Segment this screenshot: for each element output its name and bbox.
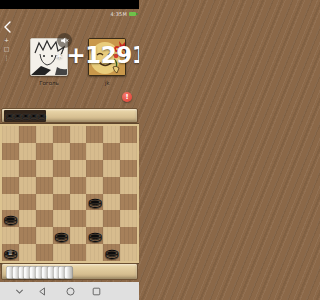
square-g4[interactable] — [103, 194, 120, 211]
battery-icon — [129, 12, 136, 16]
captured-black-piece: ⛂ — [5, 111, 13, 122]
black-man-d2[interactable]: ⛂ — [53, 227, 70, 244]
square-b4[interactable] — [19, 194, 36, 211]
square-d8[interactable] — [53, 126, 70, 143]
square-h2[interactable] — [120, 227, 137, 244]
square-g1[interactable]: ⛂ — [103, 244, 120, 261]
square-b2[interactable] — [19, 227, 36, 244]
black-man-f2[interactable]: ⛂ — [86, 227, 103, 244]
captured-white-piece — [64, 266, 73, 279]
square-c1[interactable] — [36, 244, 53, 261]
rating-change-overlay: * +129 1 — [56, 42, 139, 68]
side-tool-icons[interactable]: + □ ⋮ — [2, 36, 11, 61]
square-d7[interactable] — [53, 143, 70, 160]
checkers-app-screen: { "game": "checkers (russian draughts / … — [0, 0, 139, 300]
player-name-right: jk — [88, 80, 126, 86]
square-a7[interactable] — [2, 143, 19, 160]
square-f4[interactable]: ⛂ — [86, 194, 103, 211]
king-crown-icon: ♕ — [7, 248, 13, 256]
square-d4[interactable] — [53, 194, 70, 211]
status-info: 4:35M — [110, 11, 136, 17]
black-man-f4[interactable]: ⛂ — [86, 194, 103, 211]
black-man-g1[interactable]: ⛂ — [103, 244, 120, 261]
square-d1[interactable] — [53, 244, 70, 261]
square-d5[interactable] — [53, 177, 70, 194]
square-f1[interactable] — [86, 244, 103, 261]
black-king-a1[interactable]: ⛂♕ — [2, 244, 19, 261]
square-g3[interactable] — [103, 210, 120, 227]
square-e3[interactable] — [70, 210, 87, 227]
back-chevron-icon — [2, 20, 14, 34]
alert-badge[interactable]: ! — [122, 92, 132, 102]
square-b3[interactable] — [19, 210, 36, 227]
square-e1[interactable] — [70, 244, 87, 261]
square-c8[interactable] — [36, 126, 53, 143]
more-dots-icon[interactable]: ⋮ — [4, 54, 10, 61]
square-e2[interactable] — [70, 227, 87, 244]
square-c2[interactable] — [36, 227, 53, 244]
square-c3[interactable] — [36, 210, 53, 227]
square-d6[interactable] — [53, 160, 70, 177]
square-h3[interactable] — [120, 210, 137, 227]
square-d2[interactable]: ⛂ — [53, 227, 70, 244]
status-bar-notch-strip — [0, 0, 139, 9]
square-h6[interactable] — [120, 160, 137, 177]
nav-home-button[interactable] — [64, 285, 77, 298]
captured-black-piece: ⛂ — [13, 111, 21, 122]
status-time-text: 4:35M — [110, 11, 127, 17]
nav-back-button[interactable] — [36, 285, 49, 298]
nav-recents-square-icon — [91, 286, 102, 297]
square-g7[interactable] — [103, 143, 120, 160]
square-f7[interactable] — [86, 143, 103, 160]
square-e7[interactable] — [70, 143, 87, 160]
rating-partial-digit: 1 — [132, 42, 139, 68]
board-grid[interactable]: ⛂⛂⛂⛂⛂♕⛂ — [0, 124, 139, 263]
rating-change-value: +129 — [67, 42, 132, 68]
square-h8[interactable] — [120, 126, 137, 143]
square-g8[interactable] — [103, 126, 120, 143]
square-g6[interactable] — [103, 160, 120, 177]
black-man-a3[interactable]: ⛂ — [2, 210, 19, 227]
square-c5[interactable] — [36, 177, 53, 194]
nav-back-triangle-icon — [37, 286, 48, 297]
captured-black-slots: ⛂⛂⛂⛂⛂ — [4, 110, 46, 122]
square-e5[interactable] — [70, 177, 87, 194]
square-a3[interactable]: ⛂ — [2, 210, 19, 227]
square-a5[interactable] — [2, 177, 19, 194]
captured-white-stack — [6, 266, 73, 279]
chevron-down-icon — [14, 286, 25, 297]
player-name-left: Гоголь — [30, 80, 68, 86]
square-h4[interactable] — [120, 194, 137, 211]
nav-hide-button[interactable] — [13, 285, 26, 298]
plus-icon[interactable]: + — [4, 36, 9, 43]
android-nav-bar — [0, 282, 139, 300]
square-h1[interactable] — [120, 244, 137, 261]
captured-black-tray: ⛂⛂⛂⛂⛂ — [1, 108, 138, 123]
square-a8[interactable] — [2, 126, 19, 143]
square-c4[interactable] — [36, 194, 53, 211]
square-a6[interactable] — [2, 160, 19, 177]
square-e8[interactable] — [70, 126, 87, 143]
square-b7[interactable] — [19, 143, 36, 160]
square-b5[interactable] — [19, 177, 36, 194]
square-g5[interactable] — [103, 177, 120, 194]
star-symbol: * — [56, 50, 63, 65]
nav-home-circle-icon — [65, 286, 76, 297]
nav-recents-button[interactable] — [90, 285, 103, 298]
captured-white-tray — [1, 263, 138, 280]
square-f6[interactable] — [86, 160, 103, 177]
square-e6[interactable] — [70, 160, 87, 177]
square-f8[interactable] — [86, 126, 103, 143]
square-f2[interactable]: ⛂ — [86, 227, 103, 244]
square-h7[interactable] — [120, 143, 137, 160]
square-e4[interactable] — [70, 194, 87, 211]
square-c7[interactable] — [36, 143, 53, 160]
captured-black-piece: ⛂ — [21, 111, 29, 122]
square-h5[interactable] — [120, 177, 137, 194]
square-tool-icon[interactable]: □ — [4, 45, 10, 52]
captured-black-piece: ⛂ — [37, 111, 45, 122]
captured-black-piece: ⛂ — [29, 111, 37, 122]
back-button[interactable] — [2, 19, 14, 33]
square-b8[interactable] — [19, 126, 36, 143]
square-b6[interactable] — [19, 160, 36, 177]
square-c6[interactable] — [36, 160, 53, 177]
square-a1[interactable]: ⛂♕ — [2, 244, 19, 261]
square-b1[interactable] — [19, 244, 36, 261]
